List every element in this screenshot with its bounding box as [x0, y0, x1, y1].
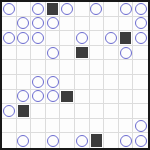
- cell-r1c6[interactable]: [75, 2, 90, 17]
- circle-mark: [32, 76, 44, 88]
- cell-r8c7[interactable]: [90, 104, 105, 119]
- cell-r7c2[interactable]: [17, 90, 32, 105]
- cell-r3c6[interactable]: [75, 31, 90, 46]
- cell-r2c6[interactable]: [75, 17, 90, 32]
- cell-r4c4[interactable]: [46, 46, 61, 61]
- cell-r9c10[interactable]: [133, 119, 148, 134]
- cell-r5c5[interactable]: [60, 60, 75, 75]
- cell-r10c9[interactable]: [119, 133, 134, 148]
- cell-r4c1[interactable]: [2, 46, 17, 61]
- cell-r7c5[interactable]: [60, 90, 75, 105]
- cell-r3c4[interactable]: [46, 31, 61, 46]
- cell-r10c4[interactable]: [46, 133, 61, 148]
- cell-r3c9[interactable]: [119, 31, 134, 46]
- cell-r1c9[interactable]: [119, 2, 134, 17]
- circle-mark: [47, 47, 59, 59]
- cell-r2c10[interactable]: [133, 17, 148, 32]
- cell-r4c2[interactable]: [17, 46, 32, 61]
- circle-mark: [17, 135, 29, 147]
- cell-r9c2[interactable]: [17, 119, 32, 134]
- cell-r6c1[interactable]: [2, 75, 17, 90]
- circle-mark: [135, 120, 147, 132]
- cell-r3c1[interactable]: [2, 31, 17, 46]
- cell-r8c3[interactable]: [31, 104, 46, 119]
- cell-r6c8[interactable]: [104, 75, 119, 90]
- cell-r1c1[interactable]: [2, 2, 17, 17]
- cell-r4c8[interactable]: [104, 46, 119, 61]
- cell-r3c8[interactable]: [104, 31, 119, 46]
- cell-r10c5[interactable]: [60, 133, 75, 148]
- cell-r6c6[interactable]: [75, 75, 90, 90]
- circle-mark: [17, 90, 29, 102]
- cell-r5c2[interactable]: [17, 60, 32, 75]
- circle-mark: [135, 17, 147, 29]
- cell-r2c2[interactable]: [17, 17, 32, 32]
- cell-r2c9[interactable]: [119, 17, 134, 32]
- cell-r7c7[interactable]: [90, 90, 105, 105]
- cell-r10c7[interactable]: [90, 133, 105, 148]
- cell-r4c6[interactable]: [75, 46, 90, 61]
- circle-mark: [76, 32, 88, 44]
- cell-r9c7[interactable]: [90, 119, 105, 134]
- cell-r5c1[interactable]: [2, 60, 17, 75]
- cell-r8c1[interactable]: [2, 104, 17, 119]
- cell-r1c2[interactable]: [17, 2, 32, 17]
- cell-r6c3[interactable]: [31, 75, 46, 90]
- cell-r9c9[interactable]: [119, 119, 134, 134]
- cell-r5c10[interactable]: [133, 60, 148, 75]
- cell-r6c10[interactable]: [133, 75, 148, 90]
- cell-r2c3[interactable]: [31, 17, 46, 32]
- shaded-cell-fill: [18, 105, 30, 117]
- cell-r9c1[interactable]: [2, 119, 17, 134]
- circle-mark: [3, 32, 15, 44]
- puzzle-board: [0, 0, 150, 150]
- shaded-cell-fill: [76, 47, 88, 59]
- circle-mark: [76, 135, 88, 147]
- cell-r3c5[interactable]: [60, 31, 75, 46]
- cell-r5c6[interactable]: [75, 60, 90, 75]
- shaded-cell-fill: [91, 134, 103, 147]
- circle-mark: [32, 3, 44, 15]
- circle-mark: [47, 17, 59, 29]
- cell-r7c1[interactable]: [2, 90, 17, 105]
- circle-mark: [90, 3, 102, 15]
- cell-r4c5[interactable]: [60, 46, 75, 61]
- cell-r9c4[interactable]: [46, 119, 61, 134]
- circle-mark: [120, 135, 132, 147]
- circle-mark: [32, 17, 44, 29]
- cell-r2c8[interactable]: [104, 17, 119, 32]
- shaded-cell-fill: [47, 3, 59, 15]
- cell-r7c10[interactable]: [133, 90, 148, 105]
- cell-r8c9[interactable]: [119, 104, 134, 119]
- cell-r7c6[interactable]: [75, 90, 90, 105]
- circle-mark: [135, 135, 147, 147]
- cell-r7c3[interactable]: [31, 90, 46, 105]
- cell-r7c9[interactable]: [119, 90, 134, 105]
- cell-r9c8[interactable]: [104, 119, 119, 134]
- cell-r10c8[interactable]: [104, 133, 119, 148]
- cell-r8c8[interactable]: [104, 104, 119, 119]
- cell-r2c7[interactable]: [90, 17, 105, 32]
- circle-mark: [105, 32, 117, 44]
- cell-r1c7[interactable]: [90, 2, 105, 17]
- cell-r10c1[interactable]: [2, 133, 17, 148]
- circle-mark: [47, 76, 59, 88]
- cell-r8c4[interactable]: [46, 104, 61, 119]
- cell-r3c7[interactable]: [90, 31, 105, 46]
- cell-r4c10[interactable]: [133, 46, 148, 61]
- cell-r10c3[interactable]: [31, 133, 46, 148]
- circle-mark: [47, 90, 59, 102]
- cell-r3c10[interactable]: [133, 31, 148, 46]
- cell-r4c3[interactable]: [31, 46, 46, 61]
- cell-r8c6[interactable]: [75, 104, 90, 119]
- cell-r5c8[interactable]: [104, 60, 119, 75]
- circle-mark: [17, 32, 29, 44]
- cell-r8c2[interactable]: [17, 104, 32, 119]
- cell-r3c2[interactable]: [17, 31, 32, 46]
- cell-r5c9[interactable]: [119, 60, 134, 75]
- cell-r6c9[interactable]: [119, 75, 134, 90]
- cell-r4c7[interactable]: [90, 46, 105, 61]
- cell-r5c3[interactable]: [31, 60, 46, 75]
- circle-mark: [3, 105, 15, 117]
- circle-mark: [135, 3, 147, 15]
- cell-r6c7[interactable]: [90, 75, 105, 90]
- shaded-cell-fill: [120, 32, 132, 44]
- cell-r6c5[interactable]: [60, 75, 75, 90]
- circle-mark: [3, 3, 15, 15]
- circle-mark: [17, 17, 29, 29]
- cell-r9c3[interactable]: [31, 119, 46, 134]
- circle-mark: [120, 3, 132, 15]
- circle-mark: [47, 135, 59, 147]
- cell-r10c6[interactable]: [75, 133, 90, 148]
- shaded-cell-fill: [61, 91, 73, 103]
- cell-r8c10[interactable]: [133, 104, 148, 119]
- cell-r1c8[interactable]: [104, 2, 119, 17]
- circle-mark: [32, 32, 44, 44]
- cell-r5c7[interactable]: [90, 60, 105, 75]
- cell-r6c4[interactable]: [46, 75, 61, 90]
- circle-mark: [61, 3, 73, 15]
- cell-r10c10[interactable]: [133, 133, 148, 148]
- cell-r7c8[interactable]: [104, 90, 119, 105]
- cell-r1c3[interactable]: [31, 2, 46, 17]
- cell-r1c5[interactable]: [60, 2, 75, 17]
- cell-r5c4[interactable]: [46, 60, 61, 75]
- cell-r1c10[interactable]: [133, 2, 148, 17]
- circle-mark: [120, 47, 132, 59]
- cell-r6c2[interactable]: [17, 75, 32, 90]
- cell-r3c3[interactable]: [31, 31, 46, 46]
- cell-r4c9[interactable]: [119, 46, 134, 61]
- cell-r9c6[interactable]: [75, 119, 90, 134]
- circle-mark: [135, 32, 147, 44]
- cell-r2c5[interactable]: [60, 17, 75, 32]
- cell-r2c4[interactable]: [46, 17, 61, 32]
- circle-mark: [32, 90, 44, 102]
- cell-r10c2[interactable]: [17, 133, 32, 148]
- cell-r8c5[interactable]: [60, 104, 75, 119]
- cell-r1c4[interactable]: [46, 2, 61, 17]
- cell-r9c5[interactable]: [60, 119, 75, 134]
- cell-r7c4[interactable]: [46, 90, 61, 105]
- cell-r2c1[interactable]: [2, 17, 17, 32]
